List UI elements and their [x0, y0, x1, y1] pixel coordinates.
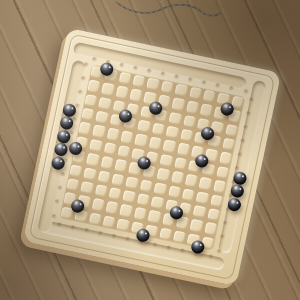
- grid-cell[interactable]: [109, 187, 122, 200]
- grid-cell[interactable]: [106, 201, 119, 214]
- grid-cell[interactable]: [175, 84, 188, 97]
- grid-cell[interactable]: [135, 134, 148, 147]
- grid-cell[interactable]: [149, 137, 162, 150]
- grid-cell[interactable]: [166, 126, 179, 139]
- grid-cell[interactable]: [129, 89, 142, 102]
- grid-cell[interactable]: [98, 170, 111, 183]
- grid-cell[interactable]: [112, 173, 125, 186]
- grid-cell[interactable]: [180, 129, 193, 142]
- photo-scene: [0, 0, 300, 300]
- grid-cell[interactable]: [189, 87, 202, 100]
- grid-cell[interactable]: [81, 108, 94, 121]
- grid-cell[interactable]: [160, 154, 173, 167]
- grid-cell[interactable]: [203, 90, 216, 103]
- grid-cell[interactable]: [152, 123, 165, 136]
- grid-cell[interactable]: [138, 120, 151, 133]
- grid-cell[interactable]: [115, 86, 128, 99]
- grid-cell[interactable]: [148, 210, 161, 223]
- grid-cell[interactable]: [118, 72, 131, 85]
- grid-cell[interactable]: [174, 157, 187, 170]
- board-grid: [60, 66, 244, 250]
- grid-cell[interactable]: [216, 166, 229, 179]
- grid-cell[interactable]: [69, 164, 82, 177]
- grid-cell[interactable]: [140, 179, 153, 192]
- grid-cell[interactable]: [185, 174, 198, 187]
- grid-cell[interactable]: [171, 171, 184, 184]
- grid-cell[interactable]: [120, 204, 133, 217]
- grid-cell[interactable]: [177, 143, 190, 156]
- grid-cell[interactable]: [92, 198, 105, 211]
- grid-cell[interactable]: [89, 139, 102, 152]
- grid-cell[interactable]: [163, 140, 176, 153]
- grid-cell[interactable]: [210, 194, 223, 207]
- grid-cell[interactable]: [121, 131, 134, 144]
- grid-cell[interactable]: [207, 208, 220, 221]
- grid-cell[interactable]: [169, 112, 182, 125]
- grid-cell[interactable]: [161, 81, 174, 94]
- grid-cell[interactable]: [123, 190, 136, 203]
- grid-cell[interactable]: [103, 215, 116, 228]
- grid-cell[interactable]: [66, 178, 79, 191]
- grid-cell[interactable]: [117, 218, 130, 231]
- grid-cell[interactable]: [186, 101, 199, 114]
- grid-cell[interactable]: [86, 153, 99, 166]
- grid-cell[interactable]: [151, 196, 164, 209]
- grid-cell[interactable]: [157, 168, 170, 181]
- grid-cell[interactable]: [80, 181, 93, 194]
- game-board: [23, 28, 282, 287]
- grid-cell[interactable]: [200, 104, 213, 117]
- grid-cell[interactable]: [89, 212, 102, 225]
- grid-cell[interactable]: [95, 184, 108, 197]
- grid-cell[interactable]: [182, 188, 195, 201]
- grid-cell[interactable]: [103, 142, 116, 155]
- grid-cell[interactable]: [118, 145, 131, 158]
- grid-cell[interactable]: [183, 115, 196, 128]
- grid-cell[interactable]: [95, 111, 108, 124]
- grid-cell[interactable]: [225, 124, 238, 137]
- grid-cell[interactable]: [134, 207, 147, 220]
- grid-cell[interactable]: [92, 125, 105, 138]
- grid-cell[interactable]: [222, 138, 235, 151]
- grid-cell[interactable]: [83, 167, 96, 180]
- grid-cell[interactable]: [168, 185, 181, 198]
- grid-cell[interactable]: [204, 222, 217, 235]
- grid-cell[interactable]: [87, 80, 100, 93]
- grid-cell[interactable]: [106, 128, 119, 141]
- grid-cell[interactable]: [213, 180, 226, 193]
- groove-dimple: [243, 88, 249, 94]
- grid-cell[interactable]: [196, 191, 209, 204]
- grid-cell[interactable]: [98, 97, 111, 110]
- grid-cell[interactable]: [154, 182, 167, 195]
- grid-cell[interactable]: [199, 177, 212, 190]
- grid-cell[interactable]: [132, 75, 145, 88]
- grid-cell[interactable]: [147, 78, 160, 91]
- grid-cell[interactable]: [101, 83, 114, 96]
- grid-cell[interactable]: [193, 205, 206, 218]
- grid-cell[interactable]: [78, 122, 91, 135]
- grid-cell[interactable]: [190, 219, 203, 232]
- grid-cell[interactable]: [115, 159, 128, 172]
- grid-cell[interactable]: [173, 230, 186, 243]
- grid-cell[interactable]: [84, 94, 97, 107]
- grid-cell[interactable]: [219, 152, 232, 165]
- grid-cell[interactable]: [172, 98, 185, 111]
- grid-cell[interactable]: [137, 193, 150, 206]
- grid-cell[interactable]: [126, 176, 139, 189]
- grid-cell[interactable]: [159, 227, 172, 240]
- grid-cell[interactable]: [101, 156, 114, 169]
